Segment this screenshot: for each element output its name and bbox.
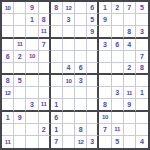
given-digit: 6	[6, 53, 10, 60]
given-digit: 3	[66, 16, 70, 23]
cell-r5c8[interactable]	[87, 51, 99, 63]
cell-r9c1[interactable]	[2, 99, 14, 111]
given-digit: 6	[115, 41, 119, 48]
cell-r1c4[interactable]	[39, 2, 51, 14]
cell-r3c12[interactable]: 3	[136, 26, 148, 38]
cell-r1c1[interactable]: 10	[2, 2, 14, 14]
cell-r12c6[interactable]	[63, 136, 75, 148]
cell-r12c9[interactable]	[99, 136, 111, 148]
cell-r1c12[interactable]: 5	[136, 2, 148, 14]
cell-r2c6[interactable]: 3	[63, 14, 75, 26]
cell-r8c9[interactable]	[99, 87, 111, 99]
cell-r1c6[interactable]: 12	[63, 2, 75, 14]
cell-r3c10[interactable]	[112, 26, 124, 38]
cell-r11c8[interactable]	[87, 124, 99, 136]
cell-r10c3[interactable]	[26, 112, 38, 124]
cell-r7c1[interactable]: 8	[2, 75, 14, 87]
cell-r1c2[interactable]	[14, 2, 26, 14]
cell-r1c10[interactable]: 2	[112, 2, 124, 14]
cell-r6c10[interactable]	[112, 63, 124, 75]
cell-r11c11[interactable]	[124, 124, 136, 136]
given-digit: 3	[30, 101, 34, 108]
given-digit: 12	[5, 90, 11, 96]
given-digit: 8	[127, 28, 131, 35]
cell-r11c7[interactable]: 8	[75, 124, 87, 136]
cell-r7c11[interactable]	[124, 75, 136, 87]
given-digit: 9	[103, 16, 107, 23]
given-digit: 10	[29, 53, 35, 59]
sudoku-board: 1098126127518359119831173646210746288510…	[0, 0, 150, 150]
given-digit: 1	[6, 114, 10, 121]
given-digit: 7	[103, 126, 107, 133]
cell-r1c9[interactable]: 1	[99, 2, 111, 14]
cell-r10c7[interactable]	[75, 112, 87, 124]
cell-r5c3[interactable]: 10	[26, 51, 38, 63]
cell-r5c1[interactable]: 6	[2, 51, 14, 63]
cell-r9c3[interactable]: 3	[26, 99, 38, 111]
cell-r3c11[interactable]: 8	[124, 26, 136, 38]
given-digit: 6	[54, 114, 58, 121]
given-digit: 2	[42, 126, 46, 133]
cell-r12c4[interactable]	[39, 136, 51, 148]
cell-r8c12[interactable]: 1	[136, 87, 148, 99]
cell-r7c5[interactable]	[51, 75, 63, 87]
cell-r12c8[interactable]: 3	[87, 136, 99, 148]
cell-r8c11[interactable]: 11	[124, 87, 136, 99]
given-digit: 8	[79, 126, 83, 133]
given-digit: 3	[79, 77, 83, 84]
cell-r2c4[interactable]: 8	[39, 14, 51, 26]
cell-r1c8[interactable]: 6	[87, 2, 99, 14]
given-digit: 10	[65, 78, 71, 84]
cell-r9c5[interactable]: 1	[51, 99, 63, 111]
cell-r2c3[interactable]: 1	[26, 14, 38, 26]
cell-r9c6[interactable]	[63, 99, 75, 111]
cell-r6c4[interactable]	[39, 63, 51, 75]
cell-r10c4[interactable]	[39, 112, 51, 124]
cell-r12c7[interactable]: 12	[75, 136, 87, 148]
given-digit: 6	[79, 64, 83, 71]
cell-r8c4[interactable]	[39, 87, 51, 99]
given-digit: 2	[18, 53, 22, 60]
given-digit: 7	[42, 41, 46, 48]
cell-r9c9[interactable]: 8	[99, 99, 111, 111]
cell-r9c10[interactable]	[112, 99, 124, 111]
cell-r5c6[interactable]	[63, 51, 75, 63]
cell-r2c8[interactable]: 5	[87, 14, 99, 26]
given-digit: 11	[17, 41, 23, 47]
given-digit: 7	[54, 138, 58, 145]
given-digit: 8	[6, 77, 10, 84]
cell-r10c10[interactable]	[112, 112, 124, 124]
given-digit: 9	[90, 28, 94, 35]
cell-r8c1[interactable]: 12	[2, 87, 14, 99]
cell-r9c2[interactable]	[14, 99, 26, 111]
cell-r7c3[interactable]	[26, 75, 38, 87]
cell-r8c2[interactable]	[14, 87, 26, 99]
cell-r9c7[interactable]	[75, 99, 87, 111]
cell-r8c6[interactable]	[63, 87, 75, 99]
cell-r11c3[interactable]	[26, 124, 38, 136]
cell-r6c9[interactable]	[99, 63, 111, 75]
cell-r11c10[interactable]: 11	[112, 124, 124, 136]
cell-r12c10[interactable]: 5	[112, 136, 124, 148]
cell-r8c3[interactable]	[26, 87, 38, 99]
given-digit: 8	[42, 16, 46, 23]
cell-r4c10[interactable]: 6	[112, 39, 124, 51]
cell-r6c5[interactable]	[51, 63, 63, 75]
cell-r9c11[interactable]: 9	[124, 99, 136, 111]
cell-r4c7[interactable]	[75, 39, 87, 51]
cell-r3c7[interactable]	[75, 26, 87, 38]
given-digit: 4	[66, 64, 70, 71]
cell-r12c3[interactable]	[26, 136, 38, 148]
given-digit: 2	[115, 4, 119, 11]
cell-r6c12[interactable]: 8	[136, 63, 148, 75]
given-digit: 4	[127, 41, 131, 48]
cell-r10c5[interactable]: 6	[51, 112, 63, 124]
cell-r8c8[interactable]	[87, 87, 99, 99]
given-digit: 6	[90, 4, 94, 11]
given-digit: 9	[127, 101, 131, 108]
cell-r7c10[interactable]	[112, 75, 124, 87]
cell-r4c2[interactable]: 11	[14, 39, 26, 51]
given-digit: 7	[140, 53, 144, 60]
given-digit: 11	[41, 28, 47, 34]
cell-r6c3[interactable]	[26, 63, 38, 75]
given-digit: 3	[140, 28, 144, 35]
cell-r12c5[interactable]: 7	[51, 136, 63, 148]
cell-r4c6[interactable]	[63, 39, 75, 51]
given-digit: 11	[114, 126, 120, 132]
cell-r5c10[interactable]	[112, 51, 124, 63]
cell-r10c9[interactable]: 10	[99, 112, 111, 124]
cell-r11c9[interactable]: 7	[99, 124, 111, 136]
cell-r12c12[interactable]: 4	[136, 136, 148, 148]
given-digit: 7	[127, 4, 131, 11]
given-digit: 5	[18, 77, 22, 84]
cell-r6c2[interactable]	[14, 63, 26, 75]
cell-r2c1[interactable]	[2, 14, 14, 26]
cell-r10c11[interactable]	[124, 112, 136, 124]
given-digit: 8	[54, 4, 58, 11]
cell-r7c6[interactable]: 10	[63, 75, 75, 87]
given-digit: 5	[140, 4, 144, 11]
given-digit: 3	[115, 89, 119, 96]
cell-r10c2[interactable]: 9	[14, 112, 26, 124]
cell-r11c4[interactable]: 2	[39, 124, 51, 136]
cell-r7c4[interactable]	[39, 75, 51, 87]
cell-r3c5[interactable]	[51, 26, 63, 38]
given-digit: 11	[126, 90, 132, 96]
cell-r8c5[interactable]	[51, 87, 63, 99]
cell-r12c2[interactable]	[14, 136, 26, 148]
cell-r4c12[interactable]	[136, 39, 148, 51]
cell-r3c3[interactable]	[26, 26, 38, 38]
cell-r12c1[interactable]: 11	[2, 136, 14, 148]
cell-r2c10[interactable]	[112, 14, 124, 26]
given-digit: 5	[115, 138, 119, 145]
cell-r7c8[interactable]	[87, 75, 99, 87]
cell-r2c5[interactable]	[51, 14, 63, 26]
cell-r1c11[interactable]: 7	[124, 2, 136, 14]
cell-r2c7[interactable]	[75, 14, 87, 26]
cell-r9c4[interactable]: 11	[39, 99, 51, 111]
cell-r5c2[interactable]: 2	[14, 51, 26, 63]
cell-r4c4[interactable]: 7	[39, 39, 51, 51]
cell-r3c2[interactable]	[14, 26, 26, 38]
cell-r5c12[interactable]: 7	[136, 51, 148, 63]
cell-r7c9[interactable]	[99, 75, 111, 87]
cell-r12c11[interactable]	[124, 136, 136, 148]
cell-r1c5[interactable]: 8	[51, 2, 63, 14]
cell-r2c9[interactable]: 9	[99, 14, 111, 26]
cell-r8c7[interactable]	[75, 87, 87, 99]
given-digit: 11	[41, 101, 47, 107]
given-digit: 1	[30, 16, 34, 23]
cell-r9c12[interactable]	[136, 99, 148, 111]
given-digit: 1	[54, 126, 58, 133]
cell-r6c1[interactable]	[2, 63, 14, 75]
cell-r5c9[interactable]	[99, 51, 111, 63]
given-digit: 1	[103, 4, 107, 11]
given-digit: 12	[78, 139, 84, 145]
given-digit: 8	[103, 101, 107, 108]
given-digit: 10	[5, 5, 11, 11]
given-digit: 9	[18, 114, 22, 121]
cell-r6c6[interactable]: 4	[63, 63, 75, 75]
given-digit: 2	[127, 64, 131, 71]
cell-r6c11[interactable]: 2	[124, 63, 136, 75]
given-digit: 8	[140, 64, 144, 71]
cell-r2c12[interactable]	[136, 14, 148, 26]
cell-r4c3[interactable]	[26, 39, 38, 51]
cell-r11c2[interactable]	[14, 124, 26, 136]
given-digit: 3	[90, 138, 94, 145]
cell-r1c7[interactable]	[75, 2, 87, 14]
cell-r11c6[interactable]	[63, 124, 75, 136]
cell-r8c10[interactable]: 3	[112, 87, 124, 99]
given-digit: 12	[65, 5, 71, 11]
given-digit: 4	[140, 138, 144, 145]
cell-r5c7[interactable]	[75, 51, 87, 63]
cell-r2c11[interactable]	[124, 14, 136, 26]
cell-r10c8[interactable]	[87, 112, 99, 124]
cell-r3c8[interactable]: 9	[87, 26, 99, 38]
cell-r5c5[interactable]	[51, 51, 63, 63]
cell-r4c11[interactable]: 4	[124, 39, 136, 51]
cell-r11c1[interactable]	[2, 124, 14, 136]
cell-r11c5[interactable]: 1	[51, 124, 63, 136]
given-digit: 11	[5, 139, 11, 145]
cell-r6c8[interactable]	[87, 63, 99, 75]
cell-r3c1[interactable]	[2, 26, 14, 38]
cell-r10c12[interactable]	[136, 112, 148, 124]
cell-r5c4[interactable]	[39, 51, 51, 63]
given-digit: 10	[102, 114, 108, 120]
cell-r3c6[interactable]	[63, 26, 75, 38]
cell-r3c4[interactable]: 11	[39, 26, 51, 38]
cell-r4c8[interactable]	[87, 39, 99, 51]
cell-r9c8[interactable]	[87, 99, 99, 111]
given-digit: 5	[90, 16, 94, 23]
cell-r10c6[interactable]	[63, 112, 75, 124]
cell-r3c9[interactable]	[99, 26, 111, 38]
cell-r4c9[interactable]: 3	[99, 39, 111, 51]
cell-r7c12[interactable]	[136, 75, 148, 87]
cell-r4c1[interactable]	[2, 39, 14, 51]
cell-r5c11[interactable]	[124, 51, 136, 63]
cell-r11c12[interactable]	[136, 124, 148, 136]
cell-r7c7[interactable]: 3	[75, 75, 87, 87]
cell-r2c2[interactable]	[14, 14, 26, 26]
cell-r6c7[interactable]: 6	[75, 63, 87, 75]
cell-r1c3[interactable]: 9	[26, 2, 38, 14]
given-digit: 1	[140, 89, 144, 96]
cell-r4c5[interactable]	[51, 39, 63, 51]
cell-r10c1[interactable]: 1	[2, 112, 14, 124]
given-digit: 1	[54, 101, 58, 108]
given-digit: 9	[30, 4, 34, 11]
cell-r7c2[interactable]: 5	[14, 75, 26, 87]
given-digit: 3	[103, 41, 107, 48]
